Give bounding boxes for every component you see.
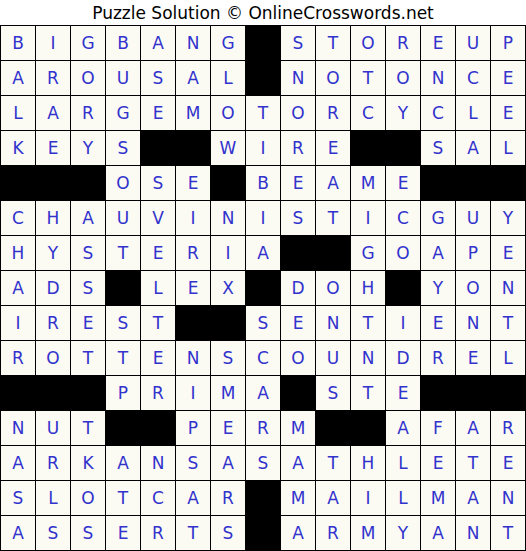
grid-cell: R [36,306,70,340]
block-cell [176,306,210,340]
grid-cell: L [1,96,35,130]
grid-cell: A [1,446,35,480]
grid-cell: T [106,341,140,375]
block-cell [141,131,175,165]
grid-cell: L [386,481,420,515]
grid-cell: S [1,481,35,515]
grid-cell: M [281,411,315,445]
grid-cell: E [421,26,455,60]
grid-cell: O [71,481,105,515]
grid-cell: U [36,411,70,445]
grid-cell: I [351,481,385,515]
grid-cell: C [351,96,385,130]
grid-cell: Y [36,236,70,270]
grid-cell: N [316,306,350,340]
grid-cell: R [36,446,70,480]
grid-cell: N [176,341,210,375]
page-title: Puzzle Solution © OnlineCrosswords.net [92,3,434,23]
grid-cell: S [211,341,245,375]
grid-cell: D [281,271,315,305]
grid-cell: S [281,201,315,235]
grid-cell: I [351,201,385,235]
grid-cell: E [71,306,105,340]
grid-cell: O [281,96,315,130]
block-cell [421,166,455,200]
grid-cell: Y [491,201,525,235]
grid-cell: O [316,271,350,305]
grid-cell: A [211,446,245,480]
grid-cell: S [211,516,245,550]
grid-cell: R [211,481,245,515]
grid-cell: E [141,236,175,270]
grid-cell: A [316,481,350,515]
grid-cell: S [106,306,140,340]
grid-cell: E [281,306,315,340]
grid-cell: A [176,61,210,95]
grid-cell: K [1,131,35,165]
grid-cell: R [316,96,350,130]
grid-cell: H [351,271,385,305]
grid-cell: R [71,96,105,130]
grid-cell: A [246,376,280,410]
grid-cell: E [421,306,455,340]
grid-cell: E [176,271,210,305]
grid-cell: M [351,516,385,550]
block-cell [491,166,525,200]
grid-cell: P [456,236,490,270]
grid-cell: A [246,236,280,270]
grid-cell: C [246,341,280,375]
grid-cell: N [141,446,175,480]
grid-cell: T [316,446,350,480]
grid-cell: O [281,341,315,375]
block-cell [281,236,315,270]
grid-cell: P [106,376,140,410]
grid-cell: O [106,166,140,200]
grid-cell: A [281,446,315,480]
grid-cell: G [71,26,105,60]
grid-cell: L [141,271,175,305]
grid-cell: T [351,61,385,95]
block-cell [36,166,70,200]
grid-cell: F [421,411,455,445]
grid-cell: O [316,61,350,95]
crossword-board: BIGBANGSTOREUPAROUSALNOTONCELARGEMOTORCY… [0,25,526,551]
block-cell [106,271,140,305]
grid-cell: E [36,131,70,165]
grid-cell: M [211,376,245,410]
grid-cell: D [36,271,70,305]
grid-cell: R [36,61,70,95]
grid-cell: M [351,166,385,200]
block-cell [421,376,455,410]
block-cell [386,271,420,305]
grid-cell: T [71,411,105,445]
grid-cell: A [106,446,140,480]
block-cell [1,376,35,410]
grid-cell: R [386,26,420,60]
grid-cell: S [71,236,105,270]
grid-cell: R [141,376,175,410]
grid-cell: O [386,236,420,270]
grid-cell: C [456,61,490,95]
grid-cell: A [176,481,210,515]
block-cell [1,166,35,200]
grid-cell: A [421,516,455,550]
block-cell [316,236,350,270]
grid-cell: S [36,516,70,550]
grid-cell: T [106,236,140,270]
block-cell [246,271,280,305]
grid-cell: Y [386,96,420,130]
grid-cell: E [386,166,420,200]
block-cell [141,411,175,445]
grid-cell: T [351,306,385,340]
grid-cell: E [491,446,525,480]
block-cell [246,26,280,60]
block-cell [456,376,490,410]
grid-cell: T [141,306,175,340]
grid-cell: I [211,236,245,270]
grid-cell: L [36,481,70,515]
grid-cell: Y [421,271,455,305]
grid-cell: U [106,61,140,95]
grid-cell: M [281,481,315,515]
grid-cell: T [491,306,525,340]
block-cell [246,516,280,550]
grid-cell: I [386,306,420,340]
grid-cell: U [106,201,140,235]
grid-cell: A [456,411,490,445]
grid-cell: K [71,446,105,480]
grid-cell: E [176,166,210,200]
grid-cell: S [246,306,280,340]
grid-cell: S [141,61,175,95]
grid-cell: D [386,341,420,375]
block-cell [71,376,105,410]
grid-cell: N [456,306,490,340]
grid-cell: C [421,96,455,130]
grid-cell: C [386,201,420,235]
grid-cell: A [1,61,35,95]
grid-cell: C [141,481,175,515]
grid-cell: S [141,166,175,200]
grid-cell: H [351,446,385,480]
grid-cell: I [246,131,280,165]
block-cell [246,481,280,515]
grid-cell: E [491,96,525,130]
grid-cell: G [211,26,245,60]
grid-cell: L [491,131,525,165]
grid-cell: T [491,516,525,550]
grid-cell: U [456,201,490,235]
grid-cell: H [1,236,35,270]
grid-cell: S [246,446,280,480]
block-cell [386,131,420,165]
grid-cell: T [176,516,210,550]
grid-cell: N [491,271,525,305]
grid-cell: N [421,61,455,95]
grid-cell: M [176,96,210,130]
grid-cell: N [456,516,490,550]
grid-cell: B [1,26,35,60]
grid-cell: S [421,131,455,165]
grid-cell: T [351,376,385,410]
grid-cell: S [106,131,140,165]
grid-cell: Y [386,516,420,550]
grid-cell: I [176,376,210,410]
grid-cell: A [456,131,490,165]
grid-cell: W [211,131,245,165]
grid-cell: N [351,341,385,375]
grid-cell: R [316,516,350,550]
grid-cell: E [421,446,455,480]
grid-cell: R [491,411,525,445]
grid-cell: O [71,61,105,95]
grid-cell: E [141,96,175,130]
grid-cell: U [456,26,490,60]
grid-cell: I [176,201,210,235]
grid-cell: T [246,96,280,130]
grid-cell: E [386,376,420,410]
grid-cell: M [421,481,455,515]
block-cell [281,376,315,410]
block-cell [176,131,210,165]
grid-cell: O [36,341,70,375]
grid-cell: B [106,26,140,60]
grid-cell: E [106,516,140,550]
grid-cell: E [211,411,245,445]
grid-cell: V [141,201,175,235]
grid-cell: A [36,96,70,130]
grid-cell: G [421,201,455,235]
grid-cell: R [1,341,35,375]
block-cell [211,306,245,340]
grid-cell: S [281,26,315,60]
title-bar: Puzzle Solution © OnlineCrosswords.net [0,0,526,25]
grid-cell: A [386,411,420,445]
grid-cell: E [141,341,175,375]
grid-cell: S [71,271,105,305]
grid-cell: G [351,236,385,270]
block-cell [246,61,280,95]
grid-cell: L [456,96,490,130]
grid-cell: A [1,516,35,550]
grid-cell: O [211,96,245,130]
grid-cell: E [456,341,490,375]
grid-cell: G [106,96,140,130]
grid-cell: B [246,166,280,200]
grid-cell: O [456,271,490,305]
grid-cell: Y [71,131,105,165]
grid-cell: E [491,61,525,95]
crossword-solution-page: Puzzle Solution © OnlineCrosswords.net B… [0,0,526,551]
grid-cell: T [456,446,490,480]
grid-cell: R [246,411,280,445]
grid-cell: S [71,516,105,550]
grid-cell: O [386,61,420,95]
grid-cell: E [491,236,525,270]
grid-cell: E [316,131,350,165]
grid-cell: I [246,201,280,235]
grid-cell: R [141,516,175,550]
grid-cell: N [491,481,525,515]
block-cell [351,411,385,445]
block-cell [71,166,105,200]
block-cell [36,376,70,410]
grid-cell: H [36,201,70,235]
grid-cell: R [281,131,315,165]
grid-cell: L [211,61,245,95]
grid-cell: P [176,411,210,445]
grid-cell: A [316,166,350,200]
grid-cell: A [141,26,175,60]
grid-cell: N [1,411,35,445]
grid-cell: I [1,306,35,340]
block-cell [316,411,350,445]
grid-cell: N [211,201,245,235]
grid-cell: A [71,201,105,235]
grid-cell: A [281,516,315,550]
grid-cell: N [281,61,315,95]
grid-cell: R [176,236,210,270]
grid-cell: I [36,26,70,60]
grid-cell: T [106,481,140,515]
block-cell [106,411,140,445]
grid-cell: E [281,166,315,200]
grid-cell: N [176,26,210,60]
block-cell [211,166,245,200]
grid-cell: T [316,26,350,60]
grid-cell: A [1,271,35,305]
grid-cell: L [491,341,525,375]
block-cell [456,166,490,200]
grid-cell: L [386,446,420,480]
grid-cell: X [211,271,245,305]
block-cell [491,376,525,410]
grid-cell: R [421,341,455,375]
grid-cell: A [456,481,490,515]
grid-cell: S [316,376,350,410]
grid-cell: C [1,201,35,235]
block-cell [351,131,385,165]
grid-cell: S [176,446,210,480]
grid-cell: O [351,26,385,60]
grid-cell: T [71,341,105,375]
grid-cell: U [316,341,350,375]
grid-cell: T [316,201,350,235]
grid-cell: A [421,236,455,270]
grid-cell: P [491,26,525,60]
